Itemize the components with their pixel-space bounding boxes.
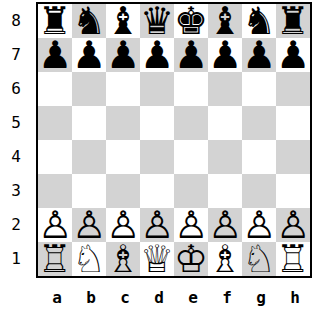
- piece-black-pawn[interactable]: ♟: [38, 38, 72, 72]
- piece-white-knight[interactable]: ♘: [242, 242, 276, 276]
- square-d1[interactable]: ♕: [140, 242, 174, 276]
- square-e7[interactable]: ♟: [174, 38, 208, 72]
- file-labels: abcdefgh: [40, 287, 312, 309]
- square-a5[interactable]: [38, 106, 72, 140]
- piece-white-queen[interactable]: ♕: [140, 242, 174, 276]
- square-g6[interactable]: [242, 72, 276, 106]
- piece-black-pawn[interactable]: ♟: [174, 38, 208, 72]
- square-b5[interactable]: [72, 106, 106, 140]
- square-d6[interactable]: [140, 72, 174, 106]
- rank-label-7: 7: [0, 38, 32, 72]
- rank-label-1: 1: [0, 242, 32, 276]
- file-label-f: f: [210, 287, 244, 309]
- square-c1[interactable]: ♗: [106, 242, 140, 276]
- piece-black-pawn[interactable]: ♟: [242, 38, 276, 72]
- piece-black-pawn[interactable]: ♟: [106, 38, 140, 72]
- rank-label-3: 3: [0, 174, 32, 208]
- chessboard: ♜♞♝♛♚♝♞♜♟♟♟♟♟♟♟♟♙♙♙♙♙♙♙♙♖♘♗♕♔♗♘♖: [36, 2, 312, 278]
- chess-diagram: 87654321 ♜♞♝♛♚♝♞♜♟♟♟♟♟♟♟♟♙♙♙♙♙♙♙♙♖♘♗♕♔♗♘…: [0, 0, 319, 319]
- rank-label-8: 8: [0, 4, 32, 38]
- piece-black-pawn[interactable]: ♟: [72, 38, 106, 72]
- file-label-e: e: [176, 287, 210, 309]
- file-label-d: d: [142, 287, 176, 309]
- square-f5[interactable]: [208, 106, 242, 140]
- square-g5[interactable]: [242, 106, 276, 140]
- file-label-b: b: [74, 287, 108, 309]
- square-b1[interactable]: ♘: [72, 242, 106, 276]
- piece-white-king[interactable]: ♔: [174, 242, 208, 276]
- square-h4[interactable]: [276, 140, 310, 174]
- square-e1[interactable]: ♔: [174, 242, 208, 276]
- square-f7[interactable]: ♟: [208, 38, 242, 72]
- square-h1[interactable]: ♖: [276, 242, 310, 276]
- piece-black-pawn[interactable]: ♟: [276, 38, 310, 72]
- square-b6[interactable]: [72, 72, 106, 106]
- square-h6[interactable]: [276, 72, 310, 106]
- square-e6[interactable]: [174, 72, 208, 106]
- piece-white-bishop[interactable]: ♗: [208, 242, 242, 276]
- square-c5[interactable]: [106, 106, 140, 140]
- square-c4[interactable]: [106, 140, 140, 174]
- piece-white-knight[interactable]: ♘: [72, 242, 106, 276]
- piece-black-pawn[interactable]: ♟: [208, 38, 242, 72]
- square-h5[interactable]: [276, 106, 310, 140]
- square-g7[interactable]: ♟: [242, 38, 276, 72]
- piece-black-pawn[interactable]: ♟: [140, 38, 174, 72]
- square-e5[interactable]: [174, 106, 208, 140]
- square-a1[interactable]: ♖: [38, 242, 72, 276]
- piece-white-rook[interactable]: ♖: [276, 242, 310, 276]
- file-label-c: c: [108, 287, 142, 309]
- square-a4[interactable]: [38, 140, 72, 174]
- square-b4[interactable]: [72, 140, 106, 174]
- square-d7[interactable]: ♟: [140, 38, 174, 72]
- file-label-a: a: [40, 287, 74, 309]
- square-c7[interactable]: ♟: [106, 38, 140, 72]
- square-e4[interactable]: [174, 140, 208, 174]
- square-d4[interactable]: [140, 140, 174, 174]
- rank-label-5: 5: [0, 106, 32, 140]
- square-d5[interactable]: [140, 106, 174, 140]
- file-label-h: h: [278, 287, 312, 309]
- square-c6[interactable]: [106, 72, 140, 106]
- rank-labels: 87654321: [0, 4, 32, 276]
- rank-label-4: 4: [0, 140, 32, 174]
- square-a6[interactable]: [38, 72, 72, 106]
- piece-white-rook[interactable]: ♖: [38, 242, 72, 276]
- piece-white-bishop[interactable]: ♗: [106, 242, 140, 276]
- square-f6[interactable]: [208, 72, 242, 106]
- rank-label-6: 6: [0, 72, 32, 106]
- square-b7[interactable]: ♟: [72, 38, 106, 72]
- square-f4[interactable]: [208, 140, 242, 174]
- file-label-g: g: [244, 287, 278, 309]
- square-h7[interactable]: ♟: [276, 38, 310, 72]
- square-a7[interactable]: ♟: [38, 38, 72, 72]
- square-g1[interactable]: ♘: [242, 242, 276, 276]
- square-f1[interactable]: ♗: [208, 242, 242, 276]
- square-g4[interactable]: [242, 140, 276, 174]
- rank-label-2: 2: [0, 208, 32, 242]
